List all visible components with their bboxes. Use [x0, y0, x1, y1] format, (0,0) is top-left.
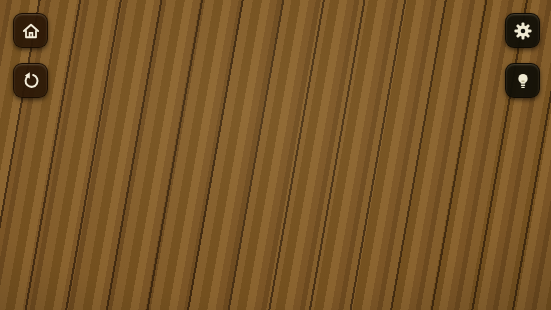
- home-button[interactable]: [13, 13, 48, 48]
- home-icon: [21, 21, 41, 41]
- undo-arrow-icon: [21, 71, 41, 91]
- chess-board[interactable]: [0, 0, 551, 310]
- hint-button[interactable]: [505, 63, 540, 98]
- wood-background: { "game": "Chess", "scene": { "descripti…: [0, 0, 551, 310]
- settings-button[interactable]: [505, 13, 540, 48]
- gear-icon: [512, 20, 534, 42]
- undo-button[interactable]: [13, 63, 48, 98]
- lightbulb-icon: [513, 71, 533, 91]
